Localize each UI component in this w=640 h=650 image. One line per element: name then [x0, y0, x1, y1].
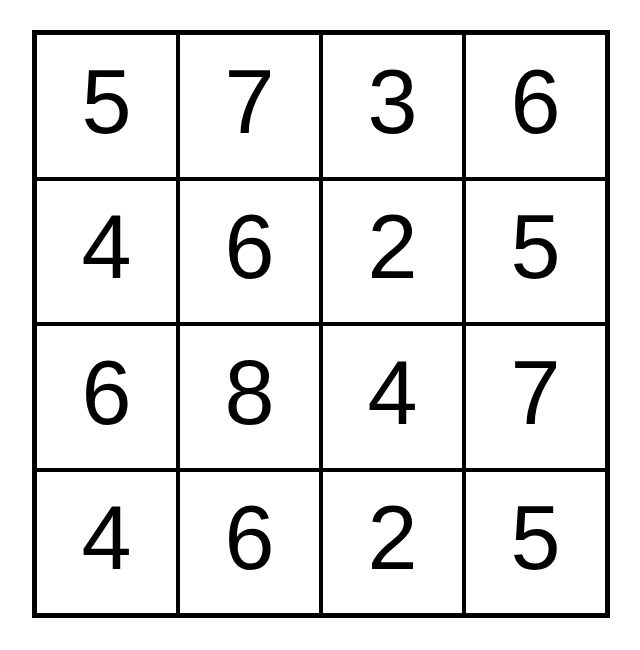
grid-cell-r4c4: 5 [466, 472, 605, 614]
grid-cell-r2c3: 2 [323, 181, 462, 323]
grid-cell-r3c1: 6 [37, 326, 176, 468]
grid-cell-r4c2: 6 [180, 472, 319, 614]
grid-cell-r2c4: 5 [466, 181, 605, 323]
grid-cell-r3c3: 4 [323, 326, 462, 468]
grid-cell-r3c4: 7 [466, 326, 605, 468]
puzzle-board: 5 7 3 6 4 6 2 5 6 8 4 7 4 6 2 5 [32, 30, 610, 618]
grid-cell-r1c2: 7 [180, 35, 319, 177]
grid-cell-r2c2: 6 [180, 181, 319, 323]
grid-cell-r4c1: 4 [37, 472, 176, 614]
grid-cell-r3c2: 8 [180, 326, 319, 468]
grid-cell-r4c3: 2 [323, 472, 462, 614]
grid-cell-r1c3: 3 [323, 35, 462, 177]
grid-cell-r2c1: 4 [37, 181, 176, 323]
grid-cell-r1c4: 6 [466, 35, 605, 177]
grid-cell-r1c1: 5 [37, 35, 176, 177]
